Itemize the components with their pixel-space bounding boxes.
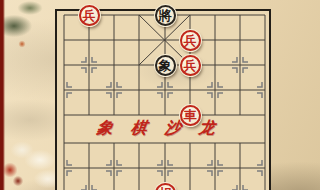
board-grid [57, 11, 269, 190]
piece-black-elephant[interactable]: 象 [155, 55, 176, 76]
xiangqi-board[interactable]: 象棋沙龙 兵將兵象兵車相 [55, 9, 271, 190]
piece-red-soldier-f9[interactable]: 兵 [180, 30, 201, 51]
piece-red-chariot[interactable]: 車 [180, 105, 201, 126]
piece-black-general[interactable]: 將 [155, 5, 176, 26]
river-char: 沙 [164, 120, 182, 136]
river-char: 棋 [130, 120, 148, 136]
piece-red-soldier-b10[interactable]: 兵 [79, 5, 100, 26]
river-char: 象 [96, 120, 114, 136]
piece-red-soldier-f8[interactable]: 兵 [180, 55, 201, 76]
river-char: 龙 [198, 120, 216, 136]
